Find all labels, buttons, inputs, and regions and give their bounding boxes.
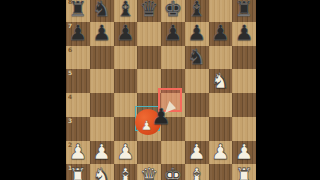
square-h6[interactable] [232, 46, 256, 70]
square-e7[interactable]: ♟ [161, 22, 185, 46]
square-c7[interactable]: ♟ [114, 22, 138, 46]
piece-black-bishop[interactable]: ♝ [185, 0, 209, 22]
rank-label-4: 4 [68, 94, 72, 100]
square-f1[interactable]: f♝ [185, 164, 209, 180]
square-a7[interactable]: 7♟ [66, 22, 90, 46]
square-h3[interactable] [232, 117, 256, 141]
rank-label-3: 3 [68, 118, 72, 124]
square-d7[interactable] [137, 22, 161, 46]
square-h4[interactable] [232, 93, 256, 117]
square-b6[interactable] [90, 46, 114, 70]
square-b3[interactable] [90, 117, 114, 141]
square-a8[interactable]: 8♜ [66, 0, 90, 22]
square-a6[interactable]: 6 [66, 46, 90, 70]
piece-black-rook[interactable]: ♜ [232, 0, 256, 22]
square-f7[interactable]: ♟ [185, 22, 209, 46]
square-f5[interactable] [185, 69, 209, 93]
piece-white-king[interactable]: ♚ [161, 164, 185, 180]
square-f3[interactable] [185, 117, 209, 141]
square-e2[interactable] [161, 141, 185, 165]
piece-black-pawn[interactable]: ♟ [161, 22, 185, 46]
square-e8[interactable]: ♚ [161, 0, 185, 22]
square-b7[interactable]: ♟ [90, 22, 114, 46]
piece-black-knight[interactable]: ♞ [185, 46, 209, 70]
square-h2[interactable]: ♟ [232, 141, 256, 165]
square-d2[interactable] [137, 141, 161, 165]
square-g6[interactable] [209, 46, 233, 70]
piece-white-knight[interactable]: ♞ [90, 164, 114, 180]
square-h1[interactable]: h♜ [232, 164, 256, 180]
piece-black-pawn[interactable]: ♟ [114, 22, 138, 46]
piece-black-pawn[interactable]: ♟ [66, 22, 90, 46]
piece-white-queen[interactable]: ♛ [137, 164, 161, 180]
square-c2[interactable]: ♟ [114, 141, 138, 165]
piece-black-bishop[interactable]: ♝ [114, 0, 138, 22]
square-b5[interactable] [90, 69, 114, 93]
square-g8[interactable] [209, 0, 233, 22]
letterbox-left [0, 0, 66, 180]
square-f4[interactable] [185, 93, 209, 117]
square-c3[interactable] [114, 117, 138, 141]
square-b2[interactable]: ♟ [90, 141, 114, 165]
square-b1[interactable]: b♞ [90, 164, 114, 180]
square-d6[interactable] [137, 46, 161, 70]
piece-black-pawn[interactable]: ♟ [185, 22, 209, 46]
square-e6[interactable] [161, 46, 185, 70]
piece-black-king[interactable]: ♚ [161, 0, 185, 22]
video-frame: 8♜♞♝♛♚♝♜7♟♟♟♟♟♟♟6♞5♞432♟♟♟♟♟♟1a♜b♞c♝d♛e♚… [0, 0, 320, 180]
piece-white-pawn[interactable]: ♟ [209, 141, 233, 165]
square-g7[interactable]: ♟ [209, 22, 233, 46]
piece-white-pawn[interactable]: ♟ [185, 141, 209, 165]
piece-white-rook[interactable]: ♜ [232, 164, 256, 180]
square-d1[interactable]: d♛ [137, 164, 161, 180]
square-a2[interactable]: 2♟ [66, 141, 90, 165]
square-c4[interactable] [114, 93, 138, 117]
piece-white-knight[interactable]: ♞ [209, 69, 233, 93]
piece-black-pawn[interactable]: ♟ [90, 22, 114, 46]
piece-black-queen[interactable]: ♛ [137, 0, 161, 22]
square-h7[interactable]: ♟ [232, 22, 256, 46]
square-c5[interactable] [114, 69, 138, 93]
piece-white-bishop[interactable]: ♝ [185, 164, 209, 180]
piece-white-pawn[interactable]: ♟ [66, 141, 90, 165]
square-a5[interactable]: 5 [66, 69, 90, 93]
square-f8[interactable]: ♝ [185, 0, 209, 22]
square-a4[interactable]: 4 [66, 93, 90, 117]
square-d8[interactable]: ♛ [137, 0, 161, 22]
piece-white-pawn[interactable]: ♟ [114, 141, 138, 165]
rank-label-5: 5 [68, 70, 72, 76]
square-a3[interactable]: 3 [66, 117, 90, 141]
square-c8[interactable]: ♝ [114, 0, 138, 22]
square-b8[interactable]: ♞ [90, 0, 114, 22]
piece-black-pawn[interactable]: ♟ [232, 22, 256, 46]
square-f6[interactable]: ♞ [185, 46, 209, 70]
square-g1[interactable]: g [209, 164, 233, 180]
square-g4[interactable] [209, 93, 233, 117]
piece-white-bishop[interactable]: ♝ [114, 164, 138, 180]
square-h8[interactable]: ♜ [232, 0, 256, 22]
letterbox-right [256, 0, 320, 180]
piece-white-pawn[interactable]: ♟ [90, 141, 114, 165]
square-h5[interactable] [232, 69, 256, 93]
square-b4[interactable] [90, 93, 114, 117]
square-g2[interactable]: ♟ [209, 141, 233, 165]
square-g5[interactable]: ♞ [209, 69, 233, 93]
square-c6[interactable] [114, 46, 138, 70]
square-e1[interactable]: e♚ [161, 164, 185, 180]
square-g3[interactable] [209, 117, 233, 141]
piece-black-rook[interactable]: ♜ [66, 0, 90, 22]
piece-white-rook[interactable]: ♜ [66, 164, 90, 180]
piece-white-pawn[interactable]: ♟ [232, 141, 256, 165]
piece-black-pawn[interactable]: ♟ [209, 22, 233, 46]
piece-black-knight[interactable]: ♞ [90, 0, 114, 22]
square-f2[interactable]: ♟ [185, 141, 209, 165]
square-c1[interactable]: c♝ [114, 164, 138, 180]
square-a1[interactable]: 1a♜ [66, 164, 90, 180]
rank-label-6: 6 [68, 47, 72, 53]
